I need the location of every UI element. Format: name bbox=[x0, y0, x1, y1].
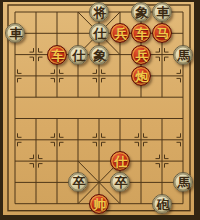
piece-label: 卒 bbox=[69, 173, 89, 193]
piece-black-horse[interactable]: 馬 bbox=[173, 45, 193, 65]
piece-red-soldier[interactable]: 兵 bbox=[131, 45, 151, 65]
piece-black-advisor[interactable]: 仕 bbox=[68, 45, 88, 65]
piece-label: 仕 bbox=[111, 152, 131, 172]
piece-label: 仕 bbox=[90, 24, 110, 44]
piece-black-elephant[interactable]: 象 bbox=[89, 45, 109, 65]
piece-black-horse[interactable]: 馬 bbox=[173, 172, 193, 192]
piece-black-advisor[interactable]: 仕 bbox=[89, 23, 109, 43]
piece-black-general[interactable]: 将 bbox=[89, 2, 109, 22]
piece-red-chariot[interactable]: 车 bbox=[47, 45, 67, 65]
piece-black-chariot[interactable]: 車 bbox=[152, 2, 172, 22]
piece-red-soldier[interactable]: 兵 bbox=[110, 23, 130, 43]
piece-label: 兵 bbox=[132, 46, 152, 66]
piece-red-cannon[interactable]: 炮 bbox=[131, 66, 151, 86]
piece-label: 車 bbox=[6, 24, 26, 44]
piece-label: 将 bbox=[90, 3, 110, 23]
piece-red-chariot[interactable]: 车 bbox=[131, 23, 151, 43]
piece-label: 象 bbox=[90, 46, 110, 66]
piece-black-cannon[interactable]: 砲 bbox=[152, 194, 172, 214]
piece-label: 象 bbox=[132, 3, 152, 23]
piece-black-soldier[interactable]: 卒 bbox=[110, 172, 130, 192]
piece-black-soldier[interactable]: 卒 bbox=[68, 172, 88, 192]
piece-black-chariot[interactable]: 車 bbox=[5, 23, 25, 43]
piece-red-horse[interactable]: 马 bbox=[152, 23, 172, 43]
piece-label: 兵 bbox=[111, 24, 131, 44]
piece-label: 卒 bbox=[111, 173, 131, 193]
piece-label: 帅 bbox=[90, 195, 110, 215]
piece-label: 車 bbox=[153, 3, 173, 23]
piece-label: 炮 bbox=[132, 67, 152, 87]
piece-label: 砲 bbox=[153, 195, 173, 215]
piece-label: 馬 bbox=[174, 46, 194, 66]
piece-red-general[interactable]: 帅 bbox=[89, 194, 109, 214]
piece-label: 仕 bbox=[69, 46, 89, 66]
piece-label: 马 bbox=[153, 24, 173, 44]
piece-label: 馬 bbox=[174, 173, 194, 193]
piece-label: 车 bbox=[132, 24, 152, 44]
xiangqi-board: 将象車車仕兵车马车仕象兵馬炮仕卒卒馬帅砲 bbox=[0, 0, 200, 220]
piece-black-elephant[interactable]: 象 bbox=[131, 2, 151, 22]
pieces-layer: 将象車車仕兵车马车仕象兵馬炮仕卒卒馬帅砲 bbox=[3, 2, 194, 215]
piece-label: 车 bbox=[48, 46, 68, 66]
piece-red-advisor[interactable]: 仕 bbox=[110, 151, 130, 171]
